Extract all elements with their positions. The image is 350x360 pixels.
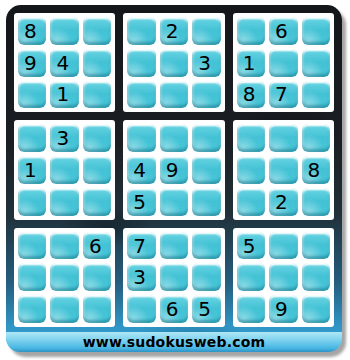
cell-r6c2[interactable] xyxy=(50,188,78,216)
cell-r3c9[interactable] xyxy=(302,81,330,109)
cell-r9c6[interactable]: 5 xyxy=(192,295,220,323)
sudoku-board: 894123618731495826736559 xyxy=(6,5,342,332)
cell-r2c3[interactable] xyxy=(83,49,111,77)
cell-r7c8[interactable] xyxy=(269,232,297,260)
cell-r1c5[interactable]: 2 xyxy=(160,17,188,45)
cell-r2c7[interactable]: 1 xyxy=(237,49,265,77)
cell-r8c1[interactable] xyxy=(18,263,46,291)
cell-r1c4[interactable] xyxy=(127,17,155,45)
sudoku-box-1-1: 8941 xyxy=(14,13,115,112)
cell-r7c3[interactable]: 6 xyxy=(83,232,111,260)
cell-r5c6[interactable] xyxy=(192,156,220,184)
cell-r6c5[interactable] xyxy=(160,188,188,216)
cell-r7c7[interactable]: 5 xyxy=(237,232,265,260)
cell-digit: 9 xyxy=(24,53,37,73)
sudoku-box-1-3: 6187 xyxy=(233,13,334,112)
cell-r4c7[interactable] xyxy=(237,124,265,152)
cell-r1c7[interactable] xyxy=(237,17,265,45)
cell-r8c4[interactable]: 3 xyxy=(127,263,155,291)
cell-r7c4[interactable]: 7 xyxy=(127,232,155,260)
cell-r9c1[interactable] xyxy=(18,295,46,323)
cell-r5c9[interactable]: 8 xyxy=(302,156,330,184)
cell-r8c2[interactable] xyxy=(50,263,78,291)
cell-r1c6[interactable] xyxy=(192,17,220,45)
cell-r9c5[interactable]: 6 xyxy=(160,295,188,323)
cell-digit: 2 xyxy=(275,192,288,212)
cell-r6c3[interactable] xyxy=(83,188,111,216)
cell-r1c1[interactable]: 8 xyxy=(18,17,46,45)
cell-r5c1[interactable]: 1 xyxy=(18,156,46,184)
cell-digit: 8 xyxy=(24,21,37,41)
cell-r6c9[interactable] xyxy=(302,188,330,216)
cell-digit: 2 xyxy=(166,21,179,41)
cell-r3c8[interactable]: 7 xyxy=(269,81,297,109)
cell-r9c4[interactable] xyxy=(127,295,155,323)
footer-bar: www.sudokusweb.com xyxy=(6,332,342,352)
cell-r6c1[interactable] xyxy=(18,188,46,216)
cell-r4c2[interactable]: 3 xyxy=(50,124,78,152)
cell-r5c2[interactable] xyxy=(50,156,78,184)
cell-digit: 8 xyxy=(308,160,321,180)
cell-r3c2[interactable]: 1 xyxy=(50,81,78,109)
cell-r6c6[interactable] xyxy=(192,188,220,216)
cell-r2c6[interactable]: 3 xyxy=(192,49,220,77)
cell-r8c8[interactable] xyxy=(269,263,297,291)
cell-r9c3[interactable] xyxy=(83,295,111,323)
cell-r2c1[interactable]: 9 xyxy=(18,49,46,77)
cell-r1c8[interactable]: 6 xyxy=(269,17,297,45)
cell-r4c4[interactable] xyxy=(127,124,155,152)
cell-r4c3[interactable] xyxy=(83,124,111,152)
sudoku-box-3-1: 6 xyxy=(14,228,115,327)
site-url[interactable]: www.sudokusweb.com xyxy=(83,334,266,350)
cell-r3c5[interactable] xyxy=(160,81,188,109)
cell-r3c6[interactable] xyxy=(192,81,220,109)
cell-digit: 3 xyxy=(133,267,146,287)
cell-r7c5[interactable] xyxy=(160,232,188,260)
cell-r9c7[interactable] xyxy=(237,295,265,323)
sudoku-box-1-2: 23 xyxy=(123,13,224,112)
cell-r8c6[interactable] xyxy=(192,263,220,291)
cell-r5c7[interactable] xyxy=(237,156,265,184)
cell-digit: 9 xyxy=(166,160,179,180)
cell-digit: 1 xyxy=(56,84,69,104)
cell-digit: 6 xyxy=(166,299,179,319)
cell-r7c9[interactable] xyxy=(302,232,330,260)
cell-r2c8[interactable] xyxy=(269,49,297,77)
cell-r6c7[interactable] xyxy=(237,188,265,216)
cell-r1c2[interactable] xyxy=(50,17,78,45)
board-frame: 894123618731495826736559 www.sudokusweb.… xyxy=(6,5,342,352)
cell-digit: 4 xyxy=(56,53,69,73)
cell-r1c3[interactable] xyxy=(83,17,111,45)
cell-r4c9[interactable] xyxy=(302,124,330,152)
cell-r8c5[interactable] xyxy=(160,263,188,291)
cell-r3c7[interactable]: 8 xyxy=(237,81,265,109)
sudoku-box-3-2: 7365 xyxy=(123,228,224,327)
cell-digit: 3 xyxy=(198,53,211,73)
cell-r2c4[interactable] xyxy=(127,49,155,77)
cell-r4c8[interactable] xyxy=(269,124,297,152)
sudoku-box-2-1: 31 xyxy=(14,120,115,219)
cell-r4c5[interactable] xyxy=(160,124,188,152)
cell-r3c4[interactable] xyxy=(127,81,155,109)
cell-digit: 7 xyxy=(133,236,146,256)
cell-r3c1[interactable] xyxy=(18,81,46,109)
cell-r6c4[interactable]: 5 xyxy=(127,188,155,216)
cell-digit: 7 xyxy=(275,84,288,104)
cell-r9c9[interactable] xyxy=(302,295,330,323)
cell-r2c5[interactable] xyxy=(160,49,188,77)
cell-r8c7[interactable] xyxy=(237,263,265,291)
cell-digit: 5 xyxy=(198,299,211,319)
cell-digit: 1 xyxy=(24,160,37,180)
cell-digit: 8 xyxy=(243,84,256,104)
cell-r7c1[interactable] xyxy=(18,232,46,260)
sudoku-box-2-3: 82 xyxy=(233,120,334,219)
cell-r9c2[interactable] xyxy=(50,295,78,323)
cell-digit: 5 xyxy=(133,192,146,212)
cell-r1c9[interactable] xyxy=(302,17,330,45)
cell-digit: 1 xyxy=(243,53,256,73)
sudoku-box-2-2: 495 xyxy=(123,120,224,219)
cell-digit: 6 xyxy=(275,21,288,41)
cell-r2c9[interactable] xyxy=(302,49,330,77)
cell-r5c5[interactable]: 9 xyxy=(160,156,188,184)
cell-r5c4[interactable]: 4 xyxy=(127,156,155,184)
cell-r3c3[interactable] xyxy=(83,81,111,109)
cell-digit: 6 xyxy=(89,236,102,256)
cell-r9c8[interactable]: 9 xyxy=(269,295,297,323)
cell-r6c8[interactable]: 2 xyxy=(269,188,297,216)
cell-r8c9[interactable] xyxy=(302,263,330,291)
cell-r2c2[interactable]: 4 xyxy=(50,49,78,77)
cell-digit: 3 xyxy=(56,128,69,148)
cell-r4c6[interactable] xyxy=(192,124,220,152)
cell-r4c1[interactable] xyxy=(18,124,46,152)
cell-r8c3[interactable] xyxy=(83,263,111,291)
cell-digit: 5 xyxy=(243,236,256,256)
cell-digit: 4 xyxy=(133,160,146,180)
cell-r7c2[interactable] xyxy=(50,232,78,260)
cell-digit: 9 xyxy=(275,299,288,319)
sudoku-box-3-3: 59 xyxy=(233,228,334,327)
cell-r5c3[interactable] xyxy=(83,156,111,184)
cell-r7c6[interactable] xyxy=(192,232,220,260)
cell-r5c8[interactable] xyxy=(269,156,297,184)
